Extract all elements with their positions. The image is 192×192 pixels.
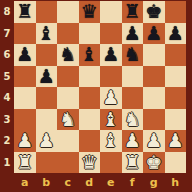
- white-rook: ♜: [122, 152, 144, 174]
- rank-label-1: 1: [0, 152, 14, 174]
- white-rook: ♜: [14, 152, 36, 174]
- rank-labels-column: 87654321: [0, 1, 14, 173]
- file-labels-row: abcdefgh: [14, 173, 186, 192]
- white-queen: ♛: [79, 152, 101, 174]
- square-b4[interactable]: [36, 87, 58, 109]
- rank-label-7: 7: [0, 23, 14, 45]
- square-b6[interactable]: [36, 44, 58, 66]
- square-c6[interactable]: ♞: [57, 44, 79, 66]
- square-f6[interactable]: ♞: [122, 44, 144, 66]
- rank-label-4: 4: [0, 87, 14, 109]
- square-d6[interactable]: ♝: [79, 44, 101, 66]
- file-label-d: d: [79, 173, 101, 192]
- black-pawn: ♟: [100, 44, 122, 66]
- square-h3[interactable]: [165, 109, 187, 131]
- square-e2[interactable]: ♝: [100, 130, 122, 152]
- black-rook: ♜: [14, 1, 36, 23]
- square-a2[interactable]: ♟: [14, 130, 36, 152]
- black-knight: ♞: [122, 44, 144, 66]
- white-pawn: ♟: [100, 87, 122, 109]
- square-d7[interactable]: [79, 23, 101, 45]
- square-g8[interactable]: ♚: [143, 1, 165, 23]
- square-c7[interactable]: [57, 23, 79, 45]
- square-h2[interactable]: ♟: [165, 130, 187, 152]
- square-c4[interactable]: [57, 87, 79, 109]
- square-f2[interactable]: ♟: [122, 130, 144, 152]
- square-c8[interactable]: [57, 1, 79, 23]
- black-pawn: ♟: [122, 23, 144, 45]
- square-b1[interactable]: [36, 152, 58, 174]
- square-b3[interactable]: [36, 109, 58, 131]
- square-b8[interactable]: [36, 1, 58, 23]
- square-h8[interactable]: [165, 1, 187, 23]
- white-pawn: ♟: [36, 130, 58, 152]
- square-b7[interactable]: ♝: [36, 23, 58, 45]
- square-e7[interactable]: [100, 23, 122, 45]
- rank-label-8: 8: [0, 1, 14, 23]
- rank-label-3: 3: [0, 109, 14, 131]
- square-h4[interactable]: [165, 87, 187, 109]
- square-f8[interactable]: ♜: [122, 1, 144, 23]
- square-a5[interactable]: [14, 66, 36, 88]
- rank-label-2: 2: [0, 130, 14, 152]
- square-a4[interactable]: [14, 87, 36, 109]
- black-knight: ♞: [57, 44, 79, 66]
- square-a8[interactable]: ♜: [14, 1, 36, 23]
- black-bishop: ♝: [36, 23, 58, 45]
- black-queen: ♛: [79, 1, 101, 23]
- black-pawn: ♟: [14, 44, 36, 66]
- square-g5[interactable]: [143, 66, 165, 88]
- square-h5[interactable]: [165, 66, 187, 88]
- square-h7[interactable]: ♟: [165, 23, 187, 45]
- file-label-e: e: [100, 173, 122, 192]
- square-c3[interactable]: ♞: [57, 109, 79, 131]
- white-bishop: ♝: [100, 130, 122, 152]
- square-c2[interactable]: [57, 130, 79, 152]
- white-king: ♚: [143, 152, 165, 174]
- white-pawn: ♟: [122, 130, 144, 152]
- square-g2[interactable]: ♟: [143, 130, 165, 152]
- square-e1[interactable]: [100, 152, 122, 174]
- square-h6[interactable]: [165, 44, 187, 66]
- square-g6[interactable]: [143, 44, 165, 66]
- white-pawn: ♟: [143, 130, 165, 152]
- square-d3[interactable]: [79, 109, 101, 131]
- square-f7[interactable]: ♟: [122, 23, 144, 45]
- square-a3[interactable]: [14, 109, 36, 131]
- square-d1[interactable]: ♛: [79, 152, 101, 174]
- square-e6[interactable]: ♟: [100, 44, 122, 66]
- square-g1[interactable]: ♚: [143, 152, 165, 174]
- square-a7[interactable]: [14, 23, 36, 45]
- black-pawn: ♟: [36, 66, 58, 88]
- square-g7[interactable]: ♟: [143, 23, 165, 45]
- file-label-a: a: [14, 173, 36, 192]
- white-knight: ♞: [57, 109, 79, 131]
- file-label-h: h: [165, 173, 187, 192]
- rank-label-6: 6: [0, 44, 14, 66]
- white-bishop: ♝: [100, 109, 122, 131]
- square-d2[interactable]: [79, 130, 101, 152]
- file-label-c: c: [57, 173, 79, 192]
- white-pawn: ♟: [14, 130, 36, 152]
- rank-label-5: 5: [0, 66, 14, 88]
- square-b5[interactable]: ♟: [36, 66, 58, 88]
- square-d5[interactable]: [79, 66, 101, 88]
- black-rook: ♜: [122, 1, 144, 23]
- square-a1[interactable]: ♜: [14, 152, 36, 174]
- square-g3[interactable]: [143, 109, 165, 131]
- square-f4[interactable]: [122, 87, 144, 109]
- file-label-f: f: [122, 173, 144, 192]
- square-e8[interactable]: [100, 1, 122, 23]
- square-c5[interactable]: [57, 66, 79, 88]
- white-knight: ♞: [122, 109, 144, 131]
- black-king: ♚: [143, 1, 165, 23]
- square-e4[interactable]: ♟: [100, 87, 122, 109]
- black-pawn: ♟: [165, 23, 187, 45]
- square-g4[interactable]: [143, 87, 165, 109]
- square-f1[interactable]: ♜: [122, 152, 144, 174]
- board-border-frame: 87654321 ♜♛♜♚♝♟♟♟♟♞♝♟♞♟♟♞♝♞♟♟♝♟♟♟♜♛♜♚ ab…: [0, 0, 192, 192]
- square-h1[interactable]: [165, 152, 187, 174]
- white-pawn: ♟: [165, 130, 187, 152]
- square-e3[interactable]: ♝: [100, 109, 122, 131]
- black-bishop: ♝: [79, 44, 101, 66]
- file-label-b: b: [36, 173, 58, 192]
- square-d4[interactable]: [79, 87, 101, 109]
- file-label-g: g: [143, 173, 165, 192]
- square-f3[interactable]: ♞: [122, 109, 144, 131]
- square-b2[interactable]: ♟: [36, 130, 58, 152]
- square-d8[interactable]: ♛: [79, 1, 101, 23]
- square-f5[interactable]: [122, 66, 144, 88]
- square-a6[interactable]: ♟: [14, 44, 36, 66]
- black-pawn: ♟: [143, 23, 165, 45]
- square-c1[interactable]: [57, 152, 79, 174]
- chess-board: ♜♛♜♚♝♟♟♟♟♞♝♟♞♟♟♞♝♞♟♟♝♟♟♟♜♛♜♚: [14, 1, 186, 173]
- square-e5[interactable]: [100, 66, 122, 88]
